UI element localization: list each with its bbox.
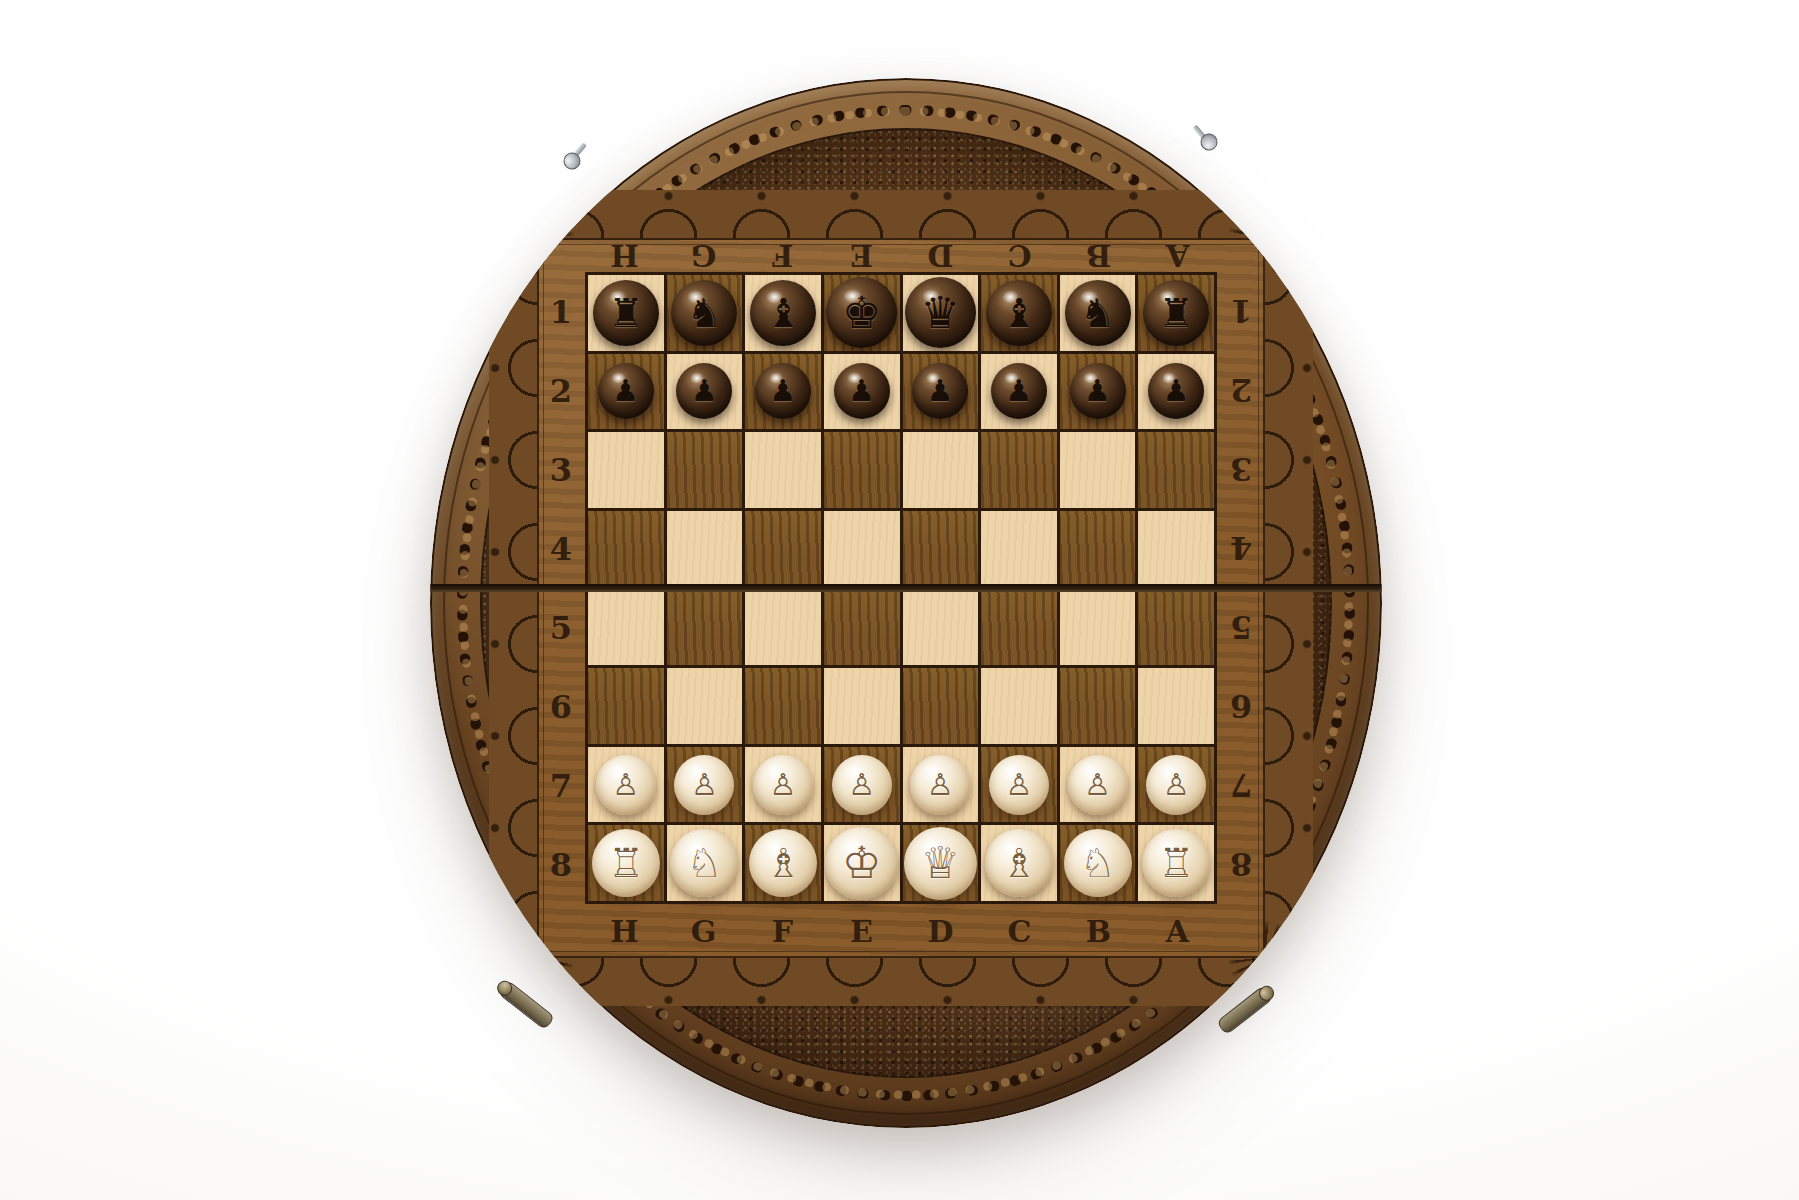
rank-label-2: 2	[537, 351, 585, 430]
black-pawn-e2[interactable]: ♟	[824, 354, 900, 430]
white-pawn-e7[interactable]: ♙	[824, 747, 900, 823]
square-h7[interactable]: ♙	[588, 747, 664, 823]
file-label-a: A	[1138, 238, 1217, 273]
square-f4[interactable]	[745, 511, 821, 587]
square-c8[interactable]: ♗	[981, 825, 1057, 901]
square-c1[interactable]: ♝	[981, 275, 1057, 351]
file-label-g: G	[664, 904, 743, 958]
square-h2[interactable]: ♟	[588, 354, 664, 430]
square-a4[interactable]	[1138, 511, 1214, 587]
white-pawn-a7[interactable]: ♙	[1138, 747, 1214, 823]
square-g5[interactable]	[667, 590, 743, 666]
square-g3[interactable]	[667, 432, 743, 508]
square-e3[interactable]	[824, 432, 900, 508]
square-c5[interactable]	[981, 590, 1057, 666]
white-pawn-d7[interactable]: ♙	[903, 747, 979, 823]
lace-ornament-bottom	[529, 958, 1273, 1006]
square-a1[interactable]: ♜	[1138, 275, 1214, 351]
rank-label-1: 1	[1217, 272, 1265, 351]
white-pawn-icon: ♙	[848, 770, 875, 800]
file-label-c: C	[980, 238, 1059, 273]
square-a2[interactable]: ♟	[1138, 354, 1214, 430]
square-c2[interactable]: ♟	[981, 354, 1057, 430]
white-bishop-icon: ♗	[1001, 843, 1037, 883]
black-rook-a1[interactable]: ♜	[1138, 275, 1214, 351]
lace-ornament-top	[529, 190, 1273, 238]
square-f3[interactable]	[745, 432, 821, 508]
square-f7[interactable]: ♙	[745, 747, 821, 823]
file-label-h: H	[585, 238, 664, 273]
square-g1[interactable]: ♞	[667, 275, 743, 351]
rank-label-6: 6	[1217, 667, 1265, 746]
file-label-c: C	[980, 904, 1059, 958]
square-e5[interactable]	[824, 590, 900, 666]
white-rook-a8[interactable]: ♖	[1138, 825, 1214, 901]
square-c4[interactable]	[981, 511, 1057, 587]
square-g4[interactable]	[667, 511, 743, 587]
rank-label-3: 3	[537, 430, 585, 509]
rank-label-4: 4	[1217, 509, 1265, 588]
rank-label-5: 5	[537, 588, 585, 667]
black-pawn-icon: ♟	[612, 376, 639, 406]
square-d6[interactable]	[903, 668, 979, 744]
file-label-f: F	[743, 904, 822, 958]
white-pawn-icon: ♙	[1005, 770, 1032, 800]
file-label-e: E	[822, 904, 901, 958]
white-pawn-h7[interactable]: ♙	[588, 747, 664, 823]
white-rook-icon: ♖	[1158, 843, 1194, 883]
square-h1[interactable]: ♜	[588, 275, 664, 351]
square-e8[interactable]: ♔	[824, 825, 900, 901]
square-b5[interactable]	[1060, 590, 1136, 666]
white-pawn-icon: ♙	[1084, 770, 1111, 800]
square-g7[interactable]: ♙	[667, 747, 743, 823]
black-bishop-icon: ♝	[1001, 293, 1037, 333]
black-knight-icon: ♞	[687, 293, 723, 333]
file-label-d: D	[901, 904, 980, 958]
black-pawn-a2[interactable]: ♟	[1138, 354, 1214, 430]
lace-ornament-left	[489, 230, 537, 966]
square-b4[interactable]	[1060, 511, 1136, 587]
square-b6[interactable]	[1060, 668, 1136, 744]
square-a3[interactable]	[1138, 432, 1214, 508]
square-a8[interactable]: ♖	[1138, 825, 1214, 901]
square-g6[interactable]	[667, 668, 743, 744]
white-knight-icon: ♘	[1080, 843, 1116, 883]
white-pawn-icon: ♙	[1163, 770, 1190, 800]
square-h5[interactable]	[588, 590, 664, 666]
round-chess-board: HGFEDCBA HGFEDCBA 12345678 12345678 ♜♞♝♚…	[430, 78, 1382, 1128]
black-pawn-icon: ♟	[848, 376, 875, 406]
white-rook-h8[interactable]: ♖	[588, 825, 664, 901]
file-label-f: F	[743, 238, 822, 273]
rank-label-6: 6	[537, 667, 585, 746]
rank-label-8: 8	[537, 825, 585, 904]
square-g2[interactable]: ♟	[667, 354, 743, 430]
square-a7[interactable]: ♙	[1138, 747, 1214, 823]
black-knight-icon: ♞	[1080, 293, 1116, 333]
square-f1[interactable]: ♝	[745, 275, 821, 351]
black-pawn-icon: ♟	[770, 376, 797, 406]
white-knight-b8[interactable]: ♘	[1060, 825, 1136, 901]
white-rook-icon: ♖	[608, 843, 644, 883]
rank-label-2: 2	[1217, 351, 1265, 430]
black-king-e1[interactable]: ♚	[824, 275, 900, 351]
white-bishop-c8[interactable]: ♗	[981, 825, 1057, 901]
file-labels-top: HGFEDCBA	[585, 238, 1217, 272]
black-pawn-icon: ♟	[691, 376, 718, 406]
white-knight-g8[interactable]: ♘	[667, 825, 743, 901]
square-f6[interactable]	[745, 668, 821, 744]
rank-label-3: 3	[1217, 430, 1265, 509]
square-b8[interactable]: ♘	[1060, 825, 1136, 901]
file-label-d: D	[901, 238, 980, 273]
photo-stage: HGFEDCBA HGFEDCBA 12345678 12345678 ♜♞♝♚…	[0, 0, 1799, 1200]
square-e6[interactable]	[824, 668, 900, 744]
white-bishop-icon: ♗	[765, 843, 801, 883]
white-pawn-icon: ♙	[770, 770, 797, 800]
black-pawn-icon: ♟	[1005, 376, 1032, 406]
black-bishop-c1[interactable]: ♝	[981, 275, 1057, 351]
file-labels-bottom: HGFEDCBA	[585, 904, 1217, 958]
file-label-g: G	[664, 238, 743, 273]
black-queen-d1[interactable]: ♛	[903, 275, 979, 351]
black-queen-icon: ♛	[921, 291, 960, 335]
square-h8[interactable]: ♖	[588, 825, 664, 901]
rank-label-7: 7	[537, 746, 585, 825]
rank-label-1: 1	[537, 272, 585, 351]
file-label-b: B	[1059, 238, 1138, 273]
square-f5[interactable]	[745, 590, 821, 666]
white-queen-d8[interactable]: ♕	[903, 825, 979, 901]
black-pawn-icon: ♟	[1084, 376, 1111, 406]
white-knight-icon: ♘	[687, 843, 723, 883]
black-pawn-f2[interactable]: ♟	[745, 354, 821, 430]
white-pawn-icon: ♙	[927, 770, 954, 800]
square-h4[interactable]	[588, 511, 664, 587]
white-pawn-b7[interactable]: ♙	[1060, 747, 1136, 823]
rank-label-8: 8	[1217, 825, 1265, 904]
black-pawn-h2[interactable]: ♟	[588, 354, 664, 430]
square-d8[interactable]: ♕	[903, 825, 979, 901]
black-pawn-c2[interactable]: ♟	[981, 354, 1057, 430]
white-king-e8[interactable]: ♔	[824, 825, 900, 901]
square-e7[interactable]: ♙	[824, 747, 900, 823]
square-f8[interactable]: ♗	[745, 825, 821, 901]
white-pawn-g7[interactable]: ♙	[667, 747, 743, 823]
rank-label-5: 5	[1217, 588, 1265, 667]
white-pawn-f7[interactable]: ♙	[745, 747, 821, 823]
black-rook-icon: ♜	[1158, 293, 1194, 333]
black-pawn-icon: ♟	[1163, 376, 1190, 406]
square-d7[interactable]: ♙	[903, 747, 979, 823]
square-h3[interactable]	[588, 432, 664, 508]
file-label-e: E	[822, 238, 901, 273]
square-a5[interactable]	[1138, 590, 1214, 666]
black-knight-g1[interactable]: ♞	[667, 275, 743, 351]
square-c3[interactable]	[981, 432, 1057, 508]
square-g8[interactable]: ♘	[667, 825, 743, 901]
square-d4[interactable]	[903, 511, 979, 587]
black-pawn-icon: ♟	[927, 376, 954, 406]
square-b1[interactable]: ♞	[1060, 275, 1136, 351]
rank-label-7: 7	[1217, 746, 1265, 825]
square-e1[interactable]: ♚	[824, 275, 900, 351]
black-pawn-d2[interactable]: ♟	[903, 354, 979, 430]
black-pawn-b2[interactable]: ♟	[1060, 354, 1136, 430]
square-e4[interactable]	[824, 511, 900, 587]
file-label-h: H	[585, 904, 664, 958]
square-c7[interactable]: ♙	[981, 747, 1057, 823]
square-b2[interactable]: ♟	[1060, 354, 1136, 430]
black-bishop-icon: ♝	[765, 293, 801, 333]
black-rook-icon: ♜	[608, 293, 644, 333]
white-king-icon: ♔	[842, 841, 881, 885]
black-king-icon: ♚	[842, 291, 881, 335]
square-f2[interactable]: ♟	[745, 354, 821, 430]
white-pawn-c7[interactable]: ♙	[981, 747, 1057, 823]
file-label-b: B	[1059, 904, 1138, 958]
square-d1[interactable]: ♛	[903, 275, 979, 351]
square-c6[interactable]	[981, 668, 1057, 744]
square-a6[interactable]	[1138, 668, 1214, 744]
square-b3[interactable]	[1060, 432, 1136, 508]
square-e2[interactable]: ♟	[824, 354, 900, 430]
black-rook-h1[interactable]: ♜	[588, 275, 664, 351]
fold-seam	[430, 584, 1382, 592]
black-bishop-f1[interactable]: ♝	[745, 275, 821, 351]
lace-ornament-right	[1265, 230, 1313, 966]
white-pawn-icon: ♙	[612, 770, 639, 800]
rank-label-4: 4	[537, 509, 585, 588]
square-d2[interactable]: ♟	[903, 354, 979, 430]
white-pawn-icon: ♙	[691, 770, 718, 800]
square-h6[interactable]	[588, 668, 664, 744]
square-d5[interactable]	[903, 590, 979, 666]
file-label-a: A	[1138, 904, 1217, 958]
square-b7[interactable]: ♙	[1060, 747, 1136, 823]
white-bishop-f8[interactable]: ♗	[745, 825, 821, 901]
black-pawn-g2[interactable]: ♟	[667, 354, 743, 430]
white-queen-icon: ♕	[921, 841, 960, 885]
black-knight-b1[interactable]: ♞	[1060, 275, 1136, 351]
square-d3[interactable]	[903, 432, 979, 508]
